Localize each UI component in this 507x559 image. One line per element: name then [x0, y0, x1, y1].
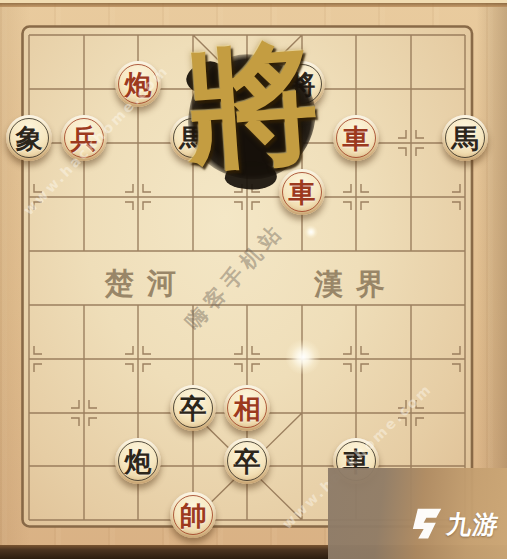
- jiuyou-logo-text: 九游: [445, 508, 502, 541]
- piece-相-red[interactable]: 相: [224, 385, 270, 431]
- piece-馬-black[interactable]: 馬: [442, 115, 488, 161]
- piece-character: 車: [279, 169, 325, 215]
- piece-炮-black[interactable]: 炮: [115, 438, 161, 484]
- piece-象-black[interactable]: 象: [6, 115, 52, 161]
- piece-帥-red[interactable]: 帥: [170, 492, 216, 538]
- piece-卒-black[interactable]: 卒: [224, 438, 270, 484]
- river-label-han-jie: 漢界: [314, 265, 398, 305]
- piece-馬-black[interactable]: 馬: [170, 115, 216, 161]
- piece-character: 馬: [170, 115, 216, 161]
- piece-卒-black[interactable]: 卒: [170, 385, 216, 431]
- piece-character: 卒: [170, 385, 216, 431]
- xiangqi-game-screenshot: 楚河 漢界 炮將象兵馬車馬車卒相炮卒車帥 將 www.hackhome.com嗨…: [0, 0, 507, 559]
- piece-車-red[interactable]: 車: [333, 115, 379, 161]
- piece-兵-red[interactable]: 兵: [61, 115, 107, 161]
- piece-character: 象: [6, 115, 52, 161]
- piece-character: 馬: [442, 115, 488, 161]
- jiuyou-9-icon: [407, 505, 443, 543]
- piece-character: 炮: [115, 61, 161, 107]
- river-label-chu-he: 楚河: [105, 264, 189, 304]
- piece-character: 帥: [170, 492, 216, 538]
- piece-車-red[interactable]: 車: [279, 169, 325, 215]
- piece-將-black[interactable]: 將: [279, 61, 325, 107]
- piece-character: 炮: [115, 438, 161, 484]
- piece-character: 卒: [224, 438, 270, 484]
- piece-character: 兵: [61, 115, 107, 161]
- piece-炮-red[interactable]: 炮: [115, 61, 161, 107]
- piece-character: 車: [333, 115, 379, 161]
- sparkle-effect: [285, 339, 321, 375]
- jiuyou-logo: 九游: [407, 505, 499, 543]
- piece-character: 相: [224, 385, 270, 431]
- sparkle-effect: [304, 225, 318, 239]
- piece-character: 將: [279, 61, 325, 107]
